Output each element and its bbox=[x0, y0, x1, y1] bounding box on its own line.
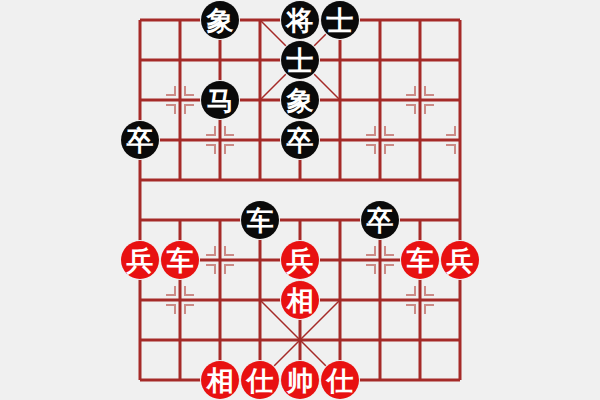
board-point[interactable] bbox=[120, 320, 160, 360]
board-point[interactable] bbox=[360, 280, 400, 320]
board-point[interactable] bbox=[320, 240, 360, 280]
board-point[interactable] bbox=[160, 120, 200, 160]
board-point[interactable] bbox=[320, 80, 360, 120]
board-point[interactable] bbox=[120, 40, 160, 80]
board-point[interactable] bbox=[240, 160, 280, 200]
board-point[interactable] bbox=[200, 40, 240, 80]
board-point[interactable] bbox=[440, 0, 480, 40]
board-point[interactable] bbox=[160, 320, 200, 360]
board-point[interactable] bbox=[400, 80, 440, 120]
piece-black-advisor[interactable]: 士 bbox=[281, 41, 319, 79]
board-point[interactable] bbox=[400, 40, 440, 80]
board-point[interactable] bbox=[240, 80, 280, 120]
board-point[interactable] bbox=[440, 360, 480, 400]
board-point[interactable] bbox=[360, 120, 400, 160]
board-point[interactable] bbox=[320, 40, 360, 80]
board-point[interactable] bbox=[120, 280, 160, 320]
piece-red-general[interactable]: 帅 bbox=[281, 361, 319, 399]
piece-black-advisor[interactable]: 士 bbox=[321, 1, 359, 39]
board-point[interactable] bbox=[120, 80, 160, 120]
board-point[interactable] bbox=[200, 120, 240, 160]
xiangqi-app-screen: 象将士士马象卒卒车卒兵车兵车兵相相仕帅仕 bbox=[0, 0, 600, 400]
board-point[interactable] bbox=[360, 360, 400, 400]
piece-red-soldier[interactable]: 兵 bbox=[121, 241, 159, 279]
piece-red-advisor[interactable]: 仕 bbox=[241, 361, 279, 399]
board-point[interactable] bbox=[360, 0, 400, 40]
board-point[interactable] bbox=[200, 200, 240, 240]
board-point[interactable] bbox=[440, 120, 480, 160]
board-point[interactable] bbox=[400, 0, 440, 40]
piece-red-advisor[interactable]: 仕 bbox=[321, 361, 359, 399]
board-point[interactable] bbox=[200, 240, 240, 280]
board-point[interactable] bbox=[240, 240, 280, 280]
board-point[interactable] bbox=[160, 360, 200, 400]
board-point[interactable] bbox=[320, 160, 360, 200]
piece-red-soldier[interactable]: 兵 bbox=[441, 241, 479, 279]
board-point[interactable] bbox=[320, 320, 360, 360]
piece-black-soldier[interactable]: 卒 bbox=[121, 121, 159, 159]
board-point[interactable] bbox=[280, 200, 320, 240]
piece-red-elephant[interactable]: 相 bbox=[281, 281, 319, 319]
board-point[interactable] bbox=[440, 200, 480, 240]
board-point[interactable] bbox=[360, 160, 400, 200]
piece-red-chariot[interactable]: 车 bbox=[401, 241, 439, 279]
board-point[interactable] bbox=[280, 320, 320, 360]
board-point[interactable] bbox=[160, 200, 200, 240]
board-point[interactable] bbox=[240, 280, 280, 320]
board-point[interactable] bbox=[160, 0, 200, 40]
board-point[interactable] bbox=[440, 160, 480, 200]
board-point[interactable] bbox=[400, 160, 440, 200]
board-point[interactable] bbox=[360, 40, 400, 80]
board-point[interactable] bbox=[160, 280, 200, 320]
board-point[interactable] bbox=[240, 0, 280, 40]
board-point[interactable] bbox=[240, 120, 280, 160]
piece-black-general[interactable]: 将 bbox=[281, 1, 319, 39]
board-point[interactable] bbox=[360, 240, 400, 280]
board-point[interactable] bbox=[320, 280, 360, 320]
board-point[interactable] bbox=[120, 200, 160, 240]
piece-red-soldier[interactable]: 兵 bbox=[281, 241, 319, 279]
xiangqi-board: 象将士士马象卒卒车卒兵车兵车兵相相仕帅仕 bbox=[120, 0, 480, 400]
board-point[interactable] bbox=[120, 160, 160, 200]
board-point[interactable] bbox=[240, 40, 280, 80]
piece-black-elephant[interactable]: 象 bbox=[281, 81, 319, 119]
board-point[interactable] bbox=[240, 320, 280, 360]
piece-black-horse[interactable]: 马 bbox=[201, 81, 239, 119]
board-point[interactable] bbox=[440, 320, 480, 360]
board-point[interactable] bbox=[400, 360, 440, 400]
board-point[interactable] bbox=[160, 80, 200, 120]
board-point[interactable] bbox=[440, 40, 480, 80]
board-point[interactable] bbox=[280, 160, 320, 200]
piece-black-soldier[interactable]: 卒 bbox=[281, 121, 319, 159]
board-point[interactable] bbox=[400, 120, 440, 160]
piece-black-soldier[interactable]: 卒 bbox=[361, 201, 399, 239]
board-point[interactable] bbox=[160, 40, 200, 80]
board-point[interactable] bbox=[400, 200, 440, 240]
board-point[interactable] bbox=[160, 160, 200, 200]
board-point[interactable] bbox=[360, 80, 400, 120]
board-point[interactable] bbox=[200, 280, 240, 320]
board-point[interactable] bbox=[320, 200, 360, 240]
board-point[interactable] bbox=[400, 280, 440, 320]
board-point[interactable] bbox=[320, 120, 360, 160]
board-point[interactable] bbox=[200, 160, 240, 200]
board-point[interactable] bbox=[360, 320, 400, 360]
board-point[interactable] bbox=[400, 320, 440, 360]
board-point[interactable] bbox=[440, 80, 480, 120]
piece-red-chariot[interactable]: 车 bbox=[161, 241, 199, 279]
piece-black-elephant[interactable]: 象 bbox=[201, 1, 239, 39]
board-point[interactable] bbox=[440, 280, 480, 320]
piece-black-chariot[interactable]: 车 bbox=[241, 201, 279, 239]
piece-red-elephant[interactable]: 相 bbox=[201, 361, 239, 399]
board-point[interactable] bbox=[120, 0, 160, 40]
board-point[interactable] bbox=[120, 360, 160, 400]
board-point[interactable] bbox=[200, 320, 240, 360]
